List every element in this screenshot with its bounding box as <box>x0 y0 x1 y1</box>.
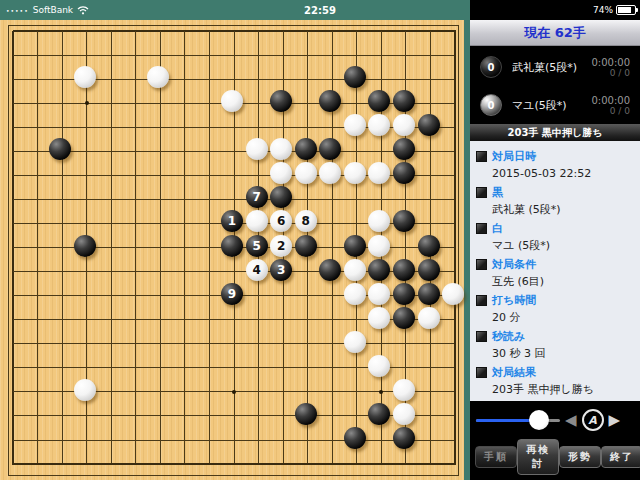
bullet-icon <box>476 331 487 342</box>
stone-black <box>393 259 415 281</box>
grid-line <box>454 31 456 465</box>
grid-line <box>62 31 63 465</box>
info-label: 対局日時 <box>492 149 536 164</box>
review-button[interactable]: 再検討 <box>517 439 559 475</box>
black-player-time: 0:00:00 <box>591 57 630 68</box>
grid-line <box>135 31 136 465</box>
stone-black-numbered: 5 <box>246 235 268 257</box>
battery-icon <box>616 5 636 15</box>
bullet-icon <box>476 295 487 306</box>
stone-white <box>246 210 268 232</box>
estimate-button[interactable]: 形勢 <box>559 446 601 468</box>
stone-white <box>246 138 268 160</box>
battery-percent: 74% <box>593 5 613 15</box>
stone-white <box>344 331 366 353</box>
game-details-list: 対局日時 2015-05-03 22:52 黒 武礼菓 (5段*) 白 マユ (… <box>470 141 640 401</box>
action-button-bar: 手順 再検討 形勢 終了 <box>470 440 640 480</box>
star-point <box>85 101 89 105</box>
stone-white <box>442 283 464 305</box>
grid-line <box>13 440 456 441</box>
stone-white <box>393 403 415 425</box>
stone-black <box>295 235 317 257</box>
bullet-icon <box>476 223 487 234</box>
white-player-periods: 0 / 0 <box>591 106 630 116</box>
stone-white-numbered: 2 <box>270 235 292 257</box>
list-item: 打ち時間 20 分 <box>476 292 634 327</box>
stone-white <box>74 66 96 88</box>
stone-black <box>418 114 440 136</box>
black-player-name: 武礼菓(5段*) <box>512 60 591 75</box>
black-stone-icon: 0 <box>480 56 502 78</box>
info-value: 20 分 <box>492 309 634 327</box>
player-row-white: 0 マユ(5段*) 0:00:00 0 / 0 <box>474 90 636 120</box>
grid-line <box>13 30 456 32</box>
stone-black <box>344 66 366 88</box>
list-item: 秒読み 30 秒 3 回 <box>476 328 634 363</box>
grid-line <box>13 343 456 344</box>
stone-black <box>418 259 440 281</box>
star-point <box>232 390 236 394</box>
grid-line <box>111 31 112 465</box>
info-label: 対局結果 <box>492 365 536 380</box>
grid-line <box>184 31 185 465</box>
bullet-icon <box>476 367 487 378</box>
bullet-icon <box>476 151 487 162</box>
bullet-icon <box>476 187 487 198</box>
slider-knob[interactable] <box>529 410 549 430</box>
clock-time: 22:59 <box>0 0 640 20</box>
stone-black <box>393 427 415 449</box>
grid-line <box>13 199 456 200</box>
grid-line <box>209 31 210 465</box>
bullet-icon <box>476 259 487 270</box>
grid-line <box>37 31 38 465</box>
info-label: 対局条件 <box>492 257 536 272</box>
info-label: 黒 <box>492 185 503 200</box>
stone-black-numbered: 9 <box>221 283 243 305</box>
stone-white <box>418 307 440 329</box>
white-player-name: マユ(5段*) <box>512 98 591 113</box>
stone-black <box>418 235 440 257</box>
end-button[interactable]: 終了 <box>601 446 640 468</box>
grid-line <box>13 55 456 56</box>
stone-black <box>344 235 366 257</box>
list-item: 対局条件 互先 (6目) <box>476 256 634 291</box>
players-section: 0 武礼菓(5段*) 0:00:00 0 / 0 0 マユ(5段*) 0:00:… <box>470 46 640 124</box>
result-header: 203手 黒中押し勝ち <box>470 124 640 141</box>
game-info-panel: 現在 62手 0 武礼菓(5段*) 0:00:00 0 / 0 0 マユ(5段*… <box>470 20 640 480</box>
playback-controls: ◀ A ▶ <box>470 401 640 440</box>
stone-white <box>295 162 317 184</box>
grid-line <box>160 31 161 465</box>
stone-black <box>74 235 96 257</box>
stone-white <box>344 259 366 281</box>
grid-line <box>12 31 14 465</box>
board-pane: 716852439 <box>0 0 470 480</box>
stone-white-numbered: 4 <box>246 259 268 281</box>
go-board[interactable]: 716852439 <box>0 20 464 480</box>
grid-line <box>13 463 456 465</box>
list-item: 白 マユ (5段*) <box>476 220 634 255</box>
stone-black <box>295 403 317 425</box>
next-move-button[interactable]: ▶ <box>609 410 621 430</box>
info-value: 武礼菓 (5段*) <box>492 201 634 219</box>
list-item: 黒 武礼菓 (5段*) <box>476 184 634 219</box>
stone-white <box>344 283 366 305</box>
list-item: 対局日時 2015-05-03 22:52 <box>476 148 634 183</box>
list-item: 対局結果 203手 黒中押し勝ち <box>476 364 634 399</box>
info-label: 秒読み <box>492 329 525 344</box>
stone-black <box>393 90 415 112</box>
info-label: 白 <box>492 221 503 236</box>
stone-black <box>393 283 415 305</box>
stone-white <box>368 307 390 329</box>
move-slider[interactable] <box>476 410 560 430</box>
stone-black <box>368 259 390 281</box>
status-bar: ••••• SoftBank 22:59 74% <box>0 0 640 20</box>
stone-black <box>295 138 317 160</box>
info-value: 2015-05-03 22:52 <box>492 165 634 183</box>
info-value: 203手 黒中押し勝ち <box>492 381 634 399</box>
stone-white <box>393 379 415 401</box>
info-label: 打ち時間 <box>492 293 536 308</box>
stone-white <box>368 235 390 257</box>
previous-move-button[interactable]: ◀ <box>565 410 577 430</box>
white-player-time: 0:00:00 <box>591 95 630 106</box>
info-value: 互先 (6目) <box>492 273 634 291</box>
stone-black-numbered: 3 <box>270 259 292 281</box>
stone-white <box>344 114 366 136</box>
black-player-periods: 0 / 0 <box>591 68 630 78</box>
info-value: マユ (5段*) <box>492 237 634 255</box>
current-move-header: 現在 62手 <box>470 20 640 46</box>
stone-black <box>221 235 243 257</box>
stone-black-numbered: 7 <box>246 186 268 208</box>
player-row-black: 0 武礼菓(5段*) 0:00:00 0 / 0 <box>474 52 636 82</box>
stone-black <box>418 283 440 305</box>
stone-black <box>393 307 415 329</box>
stone-white <box>74 379 96 401</box>
stone-black <box>344 427 366 449</box>
auto-play-button[interactable]: A <box>582 409 604 431</box>
stone-black <box>319 259 341 281</box>
grid-line <box>13 151 456 152</box>
info-value: 30 秒 3 回 <box>492 345 634 363</box>
moves-button[interactable]: 手順 <box>475 446 517 468</box>
stone-white <box>368 283 390 305</box>
white-stone-icon: 0 <box>480 94 502 116</box>
